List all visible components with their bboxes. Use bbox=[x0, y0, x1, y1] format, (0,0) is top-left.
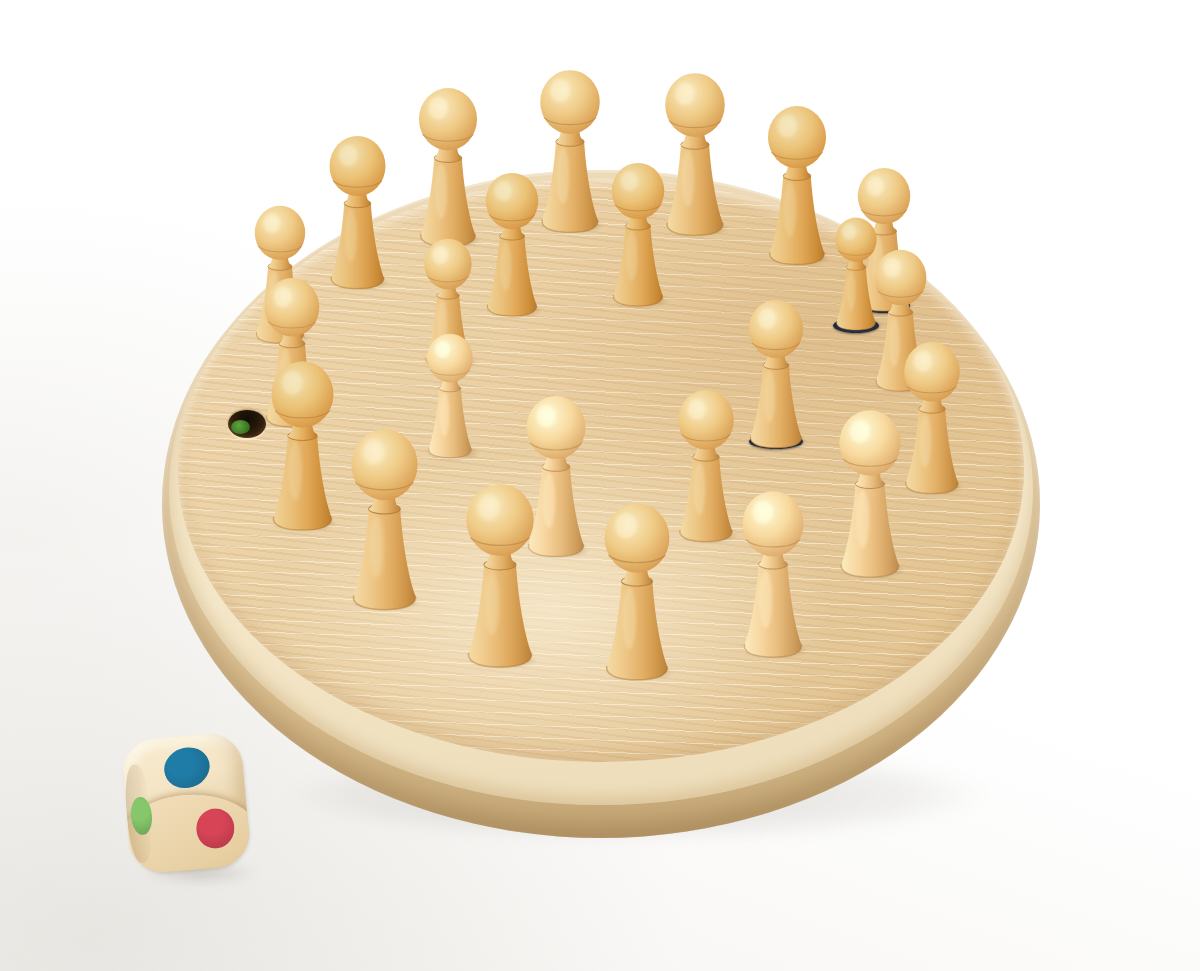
hole-green-liner bbox=[231, 420, 251, 435]
pawn[interactable] bbox=[833, 408, 907, 583]
scene bbox=[0, 0, 1200, 971]
pawn[interactable] bbox=[413, 86, 483, 252]
pawn[interactable] bbox=[736, 489, 810, 663]
die-dot-blue bbox=[159, 741, 216, 794]
color-die[interactable] bbox=[120, 731, 251, 875]
pawn[interactable] bbox=[265, 359, 340, 536]
pawn[interactable] bbox=[598, 501, 676, 686]
pawn[interactable] bbox=[418, 332, 482, 462]
pawn[interactable] bbox=[534, 68, 606, 238]
pawn[interactable] bbox=[480, 171, 544, 321]
pawn[interactable] bbox=[743, 298, 809, 453]
pawn[interactable] bbox=[324, 134, 391, 294]
pawn[interactable] bbox=[460, 481, 540, 674]
pawn[interactable] bbox=[672, 388, 740, 547]
pawn[interactable] bbox=[606, 161, 670, 311]
pawn[interactable] bbox=[898, 340, 966, 499]
pawn[interactable] bbox=[345, 427, 424, 616]
pawn[interactable] bbox=[762, 104, 832, 270]
